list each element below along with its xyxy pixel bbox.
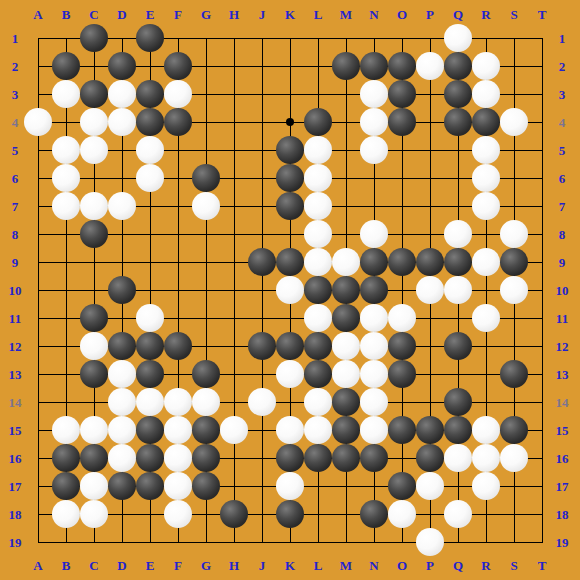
stone-white-Q18[interactable] bbox=[444, 500, 472, 528]
stone-black-H18[interactable] bbox=[220, 500, 248, 528]
stone-black-O2[interactable] bbox=[388, 52, 416, 80]
stone-white-C18[interactable] bbox=[80, 500, 108, 528]
stone-white-N11[interactable] bbox=[360, 304, 388, 332]
stone-black-L10[interactable] bbox=[304, 276, 332, 304]
coordinate-label-bottom-P: P bbox=[426, 559, 434, 572]
stone-black-O12[interactable] bbox=[388, 332, 416, 360]
stone-black-P9[interactable] bbox=[416, 248, 444, 276]
stone-white-P19[interactable] bbox=[416, 528, 444, 556]
coordinate-label-top-J: J bbox=[259, 8, 266, 21]
coordinate-label-right-16: 16 bbox=[556, 452, 569, 465]
coordinate-label-left-13: 13 bbox=[9, 368, 22, 381]
stone-white-F17[interactable] bbox=[164, 472, 192, 500]
stone-black-B17[interactable] bbox=[52, 472, 80, 500]
coordinate-label-top-O: O bbox=[397, 8, 407, 21]
coordinate-label-left-2: 2 bbox=[12, 60, 19, 73]
coordinate-label-left-17: 17 bbox=[9, 480, 22, 493]
stone-white-N12[interactable] bbox=[360, 332, 388, 360]
coordinate-label-bottom-F: F bbox=[174, 559, 182, 572]
coordinate-label-left-15: 15 bbox=[9, 424, 22, 437]
coordinate-label-top-G: G bbox=[201, 8, 211, 21]
stone-white-Q10[interactable] bbox=[444, 276, 472, 304]
stone-white-F15[interactable] bbox=[164, 416, 192, 444]
stone-black-C3[interactable] bbox=[80, 80, 108, 108]
stone-black-K18[interactable] bbox=[276, 500, 304, 528]
stone-black-J9[interactable] bbox=[248, 248, 276, 276]
stone-white-G7[interactable] bbox=[192, 192, 220, 220]
stone-black-D10[interactable] bbox=[108, 276, 136, 304]
stone-white-R17[interactable] bbox=[472, 472, 500, 500]
grid-line-horizontal-19 bbox=[38, 542, 543, 543]
stone-white-P2[interactable] bbox=[416, 52, 444, 80]
stone-white-L14[interactable] bbox=[304, 388, 332, 416]
stone-black-M2[interactable] bbox=[332, 52, 360, 80]
stone-black-Q3[interactable] bbox=[444, 80, 472, 108]
stone-black-M10[interactable] bbox=[332, 276, 360, 304]
stone-white-B7[interactable] bbox=[52, 192, 80, 220]
coordinate-label-right-17: 17 bbox=[556, 480, 569, 493]
coordinate-label-bottom-A: A bbox=[33, 559, 42, 572]
stone-black-N18[interactable] bbox=[360, 500, 388, 528]
coordinate-label-top-H: H bbox=[229, 8, 239, 21]
stone-black-D17[interactable] bbox=[108, 472, 136, 500]
coordinate-label-left-18: 18 bbox=[9, 508, 22, 521]
stone-white-B5[interactable] bbox=[52, 136, 80, 164]
coordinate-label-left-6: 6 bbox=[12, 172, 19, 185]
stone-white-N4[interactable] bbox=[360, 108, 388, 136]
stone-white-R9[interactable] bbox=[472, 248, 500, 276]
stone-black-G6[interactable] bbox=[192, 164, 220, 192]
stone-white-M13[interactable] bbox=[332, 360, 360, 388]
stone-white-R6[interactable] bbox=[472, 164, 500, 192]
stone-black-F12[interactable] bbox=[164, 332, 192, 360]
coordinate-label-left-12: 12 bbox=[9, 340, 22, 353]
stone-white-K17[interactable] bbox=[276, 472, 304, 500]
coordinate-label-bottom-C: C bbox=[89, 559, 98, 572]
stone-white-N13[interactable] bbox=[360, 360, 388, 388]
coordinate-label-left-1: 1 bbox=[12, 32, 19, 45]
stone-white-F14[interactable] bbox=[164, 388, 192, 416]
coordinate-label-top-L: L bbox=[314, 8, 323, 21]
stone-white-O11[interactable] bbox=[388, 304, 416, 332]
coordinate-label-top-C: C bbox=[89, 8, 98, 21]
coordinate-label-top-Q: Q bbox=[453, 8, 463, 21]
coordinate-label-top-R: R bbox=[481, 8, 490, 21]
stone-black-O15[interactable] bbox=[388, 416, 416, 444]
stone-white-H15[interactable] bbox=[220, 416, 248, 444]
stone-black-O3[interactable] bbox=[388, 80, 416, 108]
stone-black-C8[interactable] bbox=[80, 220, 108, 248]
stone-white-Q8[interactable] bbox=[444, 220, 472, 248]
stone-white-F16[interactable] bbox=[164, 444, 192, 472]
coordinate-label-right-15: 15 bbox=[556, 424, 569, 437]
coordinate-label-right-18: 18 bbox=[556, 508, 569, 521]
coordinate-label-bottom-N: N bbox=[369, 559, 378, 572]
stone-black-E16[interactable] bbox=[136, 444, 164, 472]
stone-white-R3[interactable] bbox=[472, 80, 500, 108]
stone-white-N14[interactable] bbox=[360, 388, 388, 416]
coordinate-label-right-12: 12 bbox=[556, 340, 569, 353]
coordinate-label-left-7: 7 bbox=[12, 200, 19, 213]
stone-white-F3[interactable] bbox=[164, 80, 192, 108]
stone-white-D4[interactable] bbox=[108, 108, 136, 136]
stone-black-D12[interactable] bbox=[108, 332, 136, 360]
coordinate-label-bottom-S: S bbox=[510, 559, 517, 572]
stone-black-S13[interactable] bbox=[500, 360, 528, 388]
stone-white-N5[interactable] bbox=[360, 136, 388, 164]
stone-white-L7[interactable] bbox=[304, 192, 332, 220]
stone-white-D13[interactable] bbox=[108, 360, 136, 388]
stone-black-E15[interactable] bbox=[136, 416, 164, 444]
stone-black-D2[interactable] bbox=[108, 52, 136, 80]
stone-black-G16[interactable] bbox=[192, 444, 220, 472]
stone-black-L4[interactable] bbox=[304, 108, 332, 136]
stone-white-L11[interactable] bbox=[304, 304, 332, 332]
coordinate-label-left-8: 8 bbox=[12, 228, 19, 241]
stone-black-C11[interactable] bbox=[80, 304, 108, 332]
star-point-K4 bbox=[286, 118, 294, 126]
coordinate-label-bottom-L: L bbox=[314, 559, 323, 572]
stone-white-L5[interactable] bbox=[304, 136, 332, 164]
coordinate-label-right-4: 4 bbox=[559, 116, 566, 129]
stone-white-N8[interactable] bbox=[360, 220, 388, 248]
stone-white-M12[interactable] bbox=[332, 332, 360, 360]
stone-white-C7[interactable] bbox=[80, 192, 108, 220]
stone-white-O18[interactable] bbox=[388, 500, 416, 528]
stone-white-D15[interactable] bbox=[108, 416, 136, 444]
coordinate-label-right-8: 8 bbox=[559, 228, 566, 241]
coordinate-label-right-5: 5 bbox=[559, 144, 566, 157]
stone-white-F18[interactable] bbox=[164, 500, 192, 528]
coordinate-label-right-3: 3 bbox=[559, 88, 566, 101]
coordinate-label-left-3: 3 bbox=[12, 88, 19, 101]
coordinate-label-left-10: 10 bbox=[9, 284, 22, 297]
stone-black-K6[interactable] bbox=[276, 164, 304, 192]
stone-black-G17[interactable] bbox=[192, 472, 220, 500]
stone-black-L12[interactable] bbox=[304, 332, 332, 360]
stone-white-S8[interactable] bbox=[500, 220, 528, 248]
stone-black-B2[interactable] bbox=[52, 52, 80, 80]
stone-black-M16[interactable] bbox=[332, 444, 360, 472]
coordinate-label-left-4: 4 bbox=[12, 116, 19, 129]
stone-black-F4[interactable] bbox=[164, 108, 192, 136]
stone-white-A4[interactable] bbox=[24, 108, 52, 136]
coordinate-label-bottom-J: J bbox=[259, 559, 266, 572]
stone-white-R15[interactable] bbox=[472, 416, 500, 444]
stone-black-G13[interactable] bbox=[192, 360, 220, 388]
coordinate-label-right-13: 13 bbox=[556, 368, 569, 381]
stone-white-E11[interactable] bbox=[136, 304, 164, 332]
stone-white-E6[interactable] bbox=[136, 164, 164, 192]
stone-white-B6[interactable] bbox=[52, 164, 80, 192]
stone-white-D7[interactable] bbox=[108, 192, 136, 220]
stone-black-R4[interactable] bbox=[472, 108, 500, 136]
stone-black-M15[interactable] bbox=[332, 416, 360, 444]
coordinate-label-right-6: 6 bbox=[559, 172, 566, 185]
stone-black-Q2[interactable] bbox=[444, 52, 472, 80]
stone-black-O13[interactable] bbox=[388, 360, 416, 388]
stone-black-K12[interactable] bbox=[276, 332, 304, 360]
stone-black-C16[interactable] bbox=[80, 444, 108, 472]
grid-line-vertical-T bbox=[542, 38, 543, 543]
coordinate-label-top-E: E bbox=[146, 8, 155, 21]
stone-black-C13[interactable] bbox=[80, 360, 108, 388]
stone-white-Q16[interactable] bbox=[444, 444, 472, 472]
stone-black-N10[interactable] bbox=[360, 276, 388, 304]
stone-black-O4[interactable] bbox=[388, 108, 416, 136]
stone-white-J14[interactable] bbox=[248, 388, 276, 416]
coordinate-label-bottom-H: H bbox=[229, 559, 239, 572]
stone-white-R7[interactable] bbox=[472, 192, 500, 220]
stone-white-D14[interactable] bbox=[108, 388, 136, 416]
coordinate-label-top-T: T bbox=[538, 8, 547, 21]
stone-white-S10[interactable] bbox=[500, 276, 528, 304]
coordinate-label-left-14: 14 bbox=[9, 396, 22, 409]
stone-black-K9[interactable] bbox=[276, 248, 304, 276]
stone-black-N2[interactable] bbox=[360, 52, 388, 80]
stone-black-C1[interactable] bbox=[80, 24, 108, 52]
stone-black-S15[interactable] bbox=[500, 416, 528, 444]
stone-white-G14[interactable] bbox=[192, 388, 220, 416]
stone-black-O17[interactable] bbox=[388, 472, 416, 500]
coordinate-label-bottom-E: E bbox=[146, 559, 155, 572]
stone-white-C12[interactable] bbox=[80, 332, 108, 360]
stone-black-G15[interactable] bbox=[192, 416, 220, 444]
coordinate-label-left-11: 11 bbox=[9, 312, 21, 325]
coordinate-label-left-5: 5 bbox=[12, 144, 19, 157]
stone-black-K16[interactable] bbox=[276, 444, 304, 472]
coordinate-label-bottom-Q: Q bbox=[453, 559, 463, 572]
stone-white-C17[interactable] bbox=[80, 472, 108, 500]
coordinate-label-top-D: D bbox=[117, 8, 126, 21]
stone-black-E12[interactable] bbox=[136, 332, 164, 360]
stone-white-C15[interactable] bbox=[80, 416, 108, 444]
stone-white-C5[interactable] bbox=[80, 136, 108, 164]
stone-black-Q12[interactable] bbox=[444, 332, 472, 360]
stone-black-E4[interactable] bbox=[136, 108, 164, 136]
coordinate-label-bottom-D: D bbox=[117, 559, 126, 572]
stone-white-P17[interactable] bbox=[416, 472, 444, 500]
coordinate-label-top-P: P bbox=[426, 8, 434, 21]
stone-black-P15[interactable] bbox=[416, 416, 444, 444]
stone-white-P10[interactable] bbox=[416, 276, 444, 304]
stone-white-D16[interactable] bbox=[108, 444, 136, 472]
stone-black-Q14[interactable] bbox=[444, 388, 472, 416]
coordinate-label-left-19: 19 bbox=[9, 536, 22, 549]
coordinate-label-bottom-R: R bbox=[481, 559, 490, 572]
coordinate-label-right-10: 10 bbox=[556, 284, 569, 297]
coordinate-label-top-B: B bbox=[62, 8, 71, 21]
stone-white-N15[interactable] bbox=[360, 416, 388, 444]
stone-black-E13[interactable] bbox=[136, 360, 164, 388]
grid-line-horizontal-11 bbox=[38, 318, 543, 319]
stone-black-E1[interactable] bbox=[136, 24, 164, 52]
coordinate-label-top-A: A bbox=[33, 8, 42, 21]
stone-white-K15[interactable] bbox=[276, 416, 304, 444]
coordinate-label-top-S: S bbox=[510, 8, 517, 21]
stone-white-L9[interactable] bbox=[304, 248, 332, 276]
stone-white-E5[interactable] bbox=[136, 136, 164, 164]
coordinate-label-right-9: 9 bbox=[559, 256, 566, 269]
stone-black-E17[interactable] bbox=[136, 472, 164, 500]
stone-black-K7[interactable] bbox=[276, 192, 304, 220]
stone-black-L13[interactable] bbox=[304, 360, 332, 388]
coordinate-label-bottom-K: K bbox=[285, 559, 295, 572]
stone-white-R11[interactable] bbox=[472, 304, 500, 332]
coordinate-label-top-N: N bbox=[369, 8, 378, 21]
stone-black-N16[interactable] bbox=[360, 444, 388, 472]
stone-white-C4[interactable] bbox=[80, 108, 108, 136]
stone-white-N3[interactable] bbox=[360, 80, 388, 108]
coordinate-label-right-7: 7 bbox=[559, 200, 566, 213]
stone-black-Q15[interactable] bbox=[444, 416, 472, 444]
coordinate-label-right-19: 19 bbox=[556, 536, 569, 549]
stone-black-O9[interactable] bbox=[388, 248, 416, 276]
stone-white-R5[interactable] bbox=[472, 136, 500, 164]
stone-white-B18[interactable] bbox=[52, 500, 80, 528]
stone-white-D3[interactable] bbox=[108, 80, 136, 108]
stone-white-B15[interactable] bbox=[52, 416, 80, 444]
stone-black-S9[interactable] bbox=[500, 248, 528, 276]
coordinate-label-bottom-B: B bbox=[62, 559, 71, 572]
coordinate-label-bottom-T: T bbox=[538, 559, 547, 572]
stone-black-P16[interactable] bbox=[416, 444, 444, 472]
stone-black-M11[interactable] bbox=[332, 304, 360, 332]
stone-white-S16[interactable] bbox=[500, 444, 528, 472]
coordinate-label-right-1: 1 bbox=[559, 32, 566, 45]
stone-black-N9[interactable] bbox=[360, 248, 388, 276]
stone-white-K13[interactable] bbox=[276, 360, 304, 388]
stone-white-E14[interactable] bbox=[136, 388, 164, 416]
stone-black-M14[interactable] bbox=[332, 388, 360, 416]
stone-black-B16[interactable] bbox=[52, 444, 80, 472]
coordinate-label-right-11: 11 bbox=[556, 312, 568, 325]
stone-black-J12[interactable] bbox=[248, 332, 276, 360]
coordinate-label-left-9: 9 bbox=[12, 256, 19, 269]
coordinate-label-bottom-O: O bbox=[397, 559, 407, 572]
coordinate-label-top-K: K bbox=[285, 8, 295, 21]
stone-black-Q4[interactable] bbox=[444, 108, 472, 136]
coordinate-label-left-16: 16 bbox=[9, 452, 22, 465]
stone-white-L8[interactable] bbox=[304, 220, 332, 248]
coordinate-label-top-M: M bbox=[340, 8, 352, 21]
stone-white-B3[interactable] bbox=[52, 80, 80, 108]
stone-white-Q1[interactable] bbox=[444, 24, 472, 52]
stone-white-L15[interactable] bbox=[304, 416, 332, 444]
go-board[interactable]: AABBCCDDEEFFGGHHJJKKLLMMNNOOPPQQRRSSTT11… bbox=[0, 0, 580, 580]
stone-black-E3[interactable] bbox=[136, 80, 164, 108]
stone-black-F2[interactable] bbox=[164, 52, 192, 80]
stone-white-R2[interactable] bbox=[472, 52, 500, 80]
coordinate-label-right-2: 2 bbox=[559, 60, 566, 73]
coordinate-label-right-14: 14 bbox=[556, 396, 569, 409]
stone-white-L6[interactable] bbox=[304, 164, 332, 192]
stone-white-R16[interactable] bbox=[472, 444, 500, 472]
stone-white-M9[interactable] bbox=[332, 248, 360, 276]
stone-white-S4[interactable] bbox=[500, 108, 528, 136]
coordinate-label-bottom-G: G bbox=[201, 559, 211, 572]
coordinate-label-bottom-M: M bbox=[340, 559, 352, 572]
coordinate-label-top-F: F bbox=[174, 8, 182, 21]
stone-black-K5[interactable] bbox=[276, 136, 304, 164]
stone-black-L16[interactable] bbox=[304, 444, 332, 472]
stone-white-K10[interactable] bbox=[276, 276, 304, 304]
stone-black-Q9[interactable] bbox=[444, 248, 472, 276]
